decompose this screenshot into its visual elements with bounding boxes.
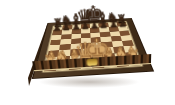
- black-pawn[interactable]: ♟: [90, 21, 99, 31]
- black-pawn[interactable]: ♟: [109, 20, 118, 30]
- black-pawn[interactable]: ♟: [81, 22, 90, 32]
- black-pawn[interactable]: ♟: [71, 22, 80, 32]
- stage: ♜♞♝♛♚♝♞♜♟♟♟♟♟♟♟♟♟♟♟♟♟♟♟♟♜♞♝♛♚♝♞♜: [0, 0, 175, 102]
- black-pawn[interactable]: ♟: [100, 21, 109, 31]
- chess-set-photo: ♜♞♝♛♚♝♞♜♟♟♟♟♟♟♟♟♟♟♟♟♟♟♟♟♜♞♝♛♚♝♞♜: [0, 0, 175, 105]
- brass-clasp-icon: [87, 58, 98, 66]
- black-pawn[interactable]: ♟: [62, 23, 71, 33]
- black-pawn[interactable]: ♟: [53, 23, 62, 33]
- chess-board: ♜♞♝♛♚♝♞♜♟♟♟♟♟♟♟♟♟♟♟♟♟♟♟♟♜♞♝♛♚♝♞♜: [32, 18, 155, 79]
- square-h5[interactable]: [120, 35, 132, 41]
- black-pawn[interactable]: ♟: [118, 19, 127, 29]
- scene: ♜♞♝♛♚♝♞♜♟♟♟♟♟♟♟♟♟♟♟♟♟♟♟♟♜♞♝♛♚♝♞♜: [0, 0, 175, 102]
